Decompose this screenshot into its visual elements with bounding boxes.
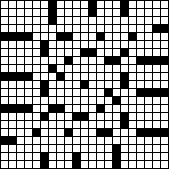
grid-cell[interactable]: [153, 81, 160, 88]
grid-cell[interactable]: [89, 161, 96, 168]
grid-cell[interactable]: [1, 17, 8, 24]
grid-cell[interactable]: [41, 129, 48, 136]
grid-cell[interactable]: [17, 9, 24, 16]
grid-cell[interactable]: [73, 9, 80, 16]
grid-cell[interactable]: [57, 89, 64, 96]
grid-cell[interactable]: [81, 17, 88, 24]
grid-cell[interactable]: [113, 25, 120, 32]
grid-cell[interactable]: [9, 161, 16, 168]
grid-cell[interactable]: [113, 9, 120, 16]
grid-cell[interactable]: [137, 25, 144, 32]
grid-cell[interactable]: [25, 1, 32, 8]
grid-cell[interactable]: [57, 113, 64, 120]
grid-cell[interactable]: [145, 121, 152, 128]
grid-cell[interactable]: [41, 25, 48, 32]
grid-cell[interactable]: [145, 105, 152, 112]
grid-cell[interactable]: [89, 105, 96, 112]
grid-cell[interactable]: [65, 49, 72, 56]
grid-cell[interactable]: [9, 1, 16, 8]
grid-cell[interactable]: [17, 153, 24, 160]
grid-cell[interactable]: [129, 25, 136, 32]
grid-cell[interactable]: [9, 81, 16, 88]
grid-cell[interactable]: [129, 89, 136, 96]
grid-cell[interactable]: [49, 25, 56, 32]
grid-cell[interactable]: [33, 1, 40, 8]
grid-cell[interactable]: [17, 137, 24, 144]
grid-cell[interactable]: [25, 17, 32, 24]
grid-cell[interactable]: [33, 25, 40, 32]
grid-cell[interactable]: [9, 145, 16, 152]
grid-cell[interactable]: [73, 41, 80, 48]
grid-cell[interactable]: [25, 153, 32, 160]
grid-cell[interactable]: [105, 137, 112, 144]
grid-cell[interactable]: [89, 81, 96, 88]
grid-cell[interactable]: [65, 153, 72, 160]
grid-cell[interactable]: [41, 97, 48, 104]
grid-cell[interactable]: [49, 57, 56, 64]
grid-cell[interactable]: [137, 73, 144, 80]
grid-cell[interactable]: [1, 1, 8, 8]
grid-cell[interactable]: [81, 73, 88, 80]
grid-cell[interactable]: [73, 81, 80, 88]
grid-cell[interactable]: [33, 41, 40, 48]
grid-cell[interactable]: [49, 161, 56, 168]
grid-cell[interactable]: [65, 121, 72, 128]
grid-cell[interactable]: [137, 33, 144, 40]
grid-cell[interactable]: [121, 33, 128, 40]
grid-cell[interactable]: [81, 41, 88, 48]
grid-cell[interactable]: [145, 17, 152, 24]
grid-cell[interactable]: [49, 153, 56, 160]
grid-cell[interactable]: [137, 153, 144, 160]
grid-cell[interactable]: [73, 129, 80, 136]
grid-cell[interactable]: [97, 121, 104, 128]
grid-cell[interactable]: [89, 153, 96, 160]
grid-cell[interactable]: [97, 81, 104, 88]
grid-cell[interactable]: [33, 9, 40, 16]
grid-cell[interactable]: [49, 33, 56, 40]
grid-cell[interactable]: [161, 9, 168, 16]
grid-cell[interactable]: [161, 17, 168, 24]
grid-cell[interactable]: [81, 137, 88, 144]
grid-cell[interactable]: [161, 153, 168, 160]
grid-cell[interactable]: [73, 33, 80, 40]
grid-cell[interactable]: [113, 81, 120, 88]
grid-cell[interactable]: [33, 113, 40, 120]
grid-cell[interactable]: [153, 41, 160, 48]
grid-cell[interactable]: [97, 1, 104, 8]
grid-cell[interactable]: [57, 129, 64, 136]
grid-cell[interactable]: [97, 9, 104, 16]
grid-cell[interactable]: [73, 145, 80, 152]
grid-cell[interactable]: [33, 33, 40, 40]
grid-cell[interactable]: [129, 121, 136, 128]
grid-cell[interactable]: [129, 9, 136, 16]
grid-cell[interactable]: [145, 145, 152, 152]
grid-cell[interactable]: [105, 161, 112, 168]
grid-cell[interactable]: [145, 33, 152, 40]
grid-cell[interactable]: [113, 105, 120, 112]
grid-cell[interactable]: [137, 161, 144, 168]
grid-cell[interactable]: [73, 89, 80, 96]
grid-cell[interactable]: [121, 145, 128, 152]
grid-cell[interactable]: [49, 89, 56, 96]
grid-cell[interactable]: [145, 1, 152, 8]
grid-cell[interactable]: [9, 9, 16, 16]
grid-cell[interactable]: [25, 137, 32, 144]
grid-cell[interactable]: [129, 65, 136, 72]
grid-cell[interactable]: [121, 129, 128, 136]
grid-cell[interactable]: [161, 49, 168, 56]
grid-cell[interactable]: [153, 1, 160, 8]
grid-cell[interactable]: [49, 97, 56, 104]
grid-cell[interactable]: [81, 105, 88, 112]
grid-cell[interactable]: [161, 1, 168, 8]
grid-cell[interactable]: [65, 137, 72, 144]
grid-cell[interactable]: [97, 25, 104, 32]
grid-cell[interactable]: [105, 153, 112, 160]
grid-cell[interactable]: [1, 89, 8, 96]
grid-cell[interactable]: [105, 9, 112, 16]
grid-cell[interactable]: [17, 81, 24, 88]
grid-cell[interactable]: [113, 129, 120, 136]
grid-cell[interactable]: [105, 33, 112, 40]
grid-cell[interactable]: [137, 1, 144, 8]
grid-cell[interactable]: [145, 153, 152, 160]
grid-cell[interactable]: [97, 113, 104, 120]
grid-cell[interactable]: [81, 161, 88, 168]
grid-cell[interactable]: [161, 161, 168, 168]
grid-cell[interactable]: [25, 113, 32, 120]
grid-cell[interactable]: [129, 129, 136, 136]
grid-cell[interactable]: [161, 97, 168, 104]
grid-cell[interactable]: [33, 81, 40, 88]
grid-cell[interactable]: [89, 33, 96, 40]
grid-cell[interactable]: [65, 65, 72, 72]
grid-cell[interactable]: [17, 161, 24, 168]
grid-cell[interactable]: [137, 137, 144, 144]
grid-cell[interactable]: [17, 121, 24, 128]
grid-cell[interactable]: [153, 145, 160, 152]
grid-cell[interactable]: [41, 17, 48, 24]
grid-cell[interactable]: [97, 17, 104, 24]
grid-cell[interactable]: [1, 153, 8, 160]
grid-cell[interactable]: [105, 17, 112, 24]
grid-cell[interactable]: [153, 97, 160, 104]
grid-cell[interactable]: [33, 137, 40, 144]
grid-cell[interactable]: [161, 105, 168, 112]
grid-cell[interactable]: [49, 41, 56, 48]
grid-cell[interactable]: [105, 113, 112, 120]
grid-cell[interactable]: [25, 145, 32, 152]
grid-cell[interactable]: [81, 65, 88, 72]
grid-cell[interactable]: [81, 1, 88, 8]
grid-cell[interactable]: [57, 121, 64, 128]
grid-cell[interactable]: [49, 49, 56, 56]
grid-cell[interactable]: [17, 145, 24, 152]
grid-cell[interactable]: [33, 57, 40, 64]
grid-cell[interactable]: [145, 41, 152, 48]
grid-cell[interactable]: [113, 1, 120, 8]
grid-cell[interactable]: [137, 9, 144, 16]
grid-cell[interactable]: [17, 89, 24, 96]
grid-cell[interactable]: [97, 137, 104, 144]
grid-cell[interactable]: [89, 65, 96, 72]
grid-cell[interactable]: [89, 17, 96, 24]
grid-cell[interactable]: [81, 97, 88, 104]
grid-cell[interactable]: [1, 49, 8, 56]
grid-cell[interactable]: [73, 57, 80, 64]
grid-cell[interactable]: [25, 65, 32, 72]
grid-cell[interactable]: [105, 41, 112, 48]
grid-cell[interactable]: [121, 97, 128, 104]
grid-cell[interactable]: [25, 25, 32, 32]
grid-cell[interactable]: [57, 17, 64, 24]
grid-cell[interactable]: [49, 121, 56, 128]
grid-cell[interactable]: [137, 97, 144, 104]
grid-cell[interactable]: [33, 121, 40, 128]
grid-cell[interactable]: [73, 137, 80, 144]
grid-cell[interactable]: [145, 113, 152, 120]
grid-cell[interactable]: [41, 1, 48, 8]
grid-cell[interactable]: [9, 25, 16, 32]
grid-cell[interactable]: [17, 129, 24, 136]
grid-cell[interactable]: [33, 97, 40, 104]
grid-cell[interactable]: [41, 145, 48, 152]
grid-cell[interactable]: [17, 65, 24, 72]
grid-cell[interactable]: [145, 97, 152, 104]
grid-cell[interactable]: [41, 137, 48, 144]
grid-cell[interactable]: [57, 161, 64, 168]
grid-cell[interactable]: [113, 33, 120, 40]
grid-cell[interactable]: [97, 153, 104, 160]
grid-cell[interactable]: [33, 49, 40, 56]
grid-cell[interactable]: [73, 97, 80, 104]
grid-cell[interactable]: [33, 17, 40, 24]
grid-cell[interactable]: [9, 97, 16, 104]
grid-cell[interactable]: [105, 121, 112, 128]
grid-cell[interactable]: [121, 57, 128, 64]
grid-cell[interactable]: [57, 145, 64, 152]
grid-cell[interactable]: [129, 145, 136, 152]
grid-cell[interactable]: [89, 73, 96, 80]
grid-cell[interactable]: [113, 89, 120, 96]
grid-cell[interactable]: [97, 97, 104, 104]
grid-cell[interactable]: [1, 129, 8, 136]
grid-cell[interactable]: [25, 57, 32, 64]
grid-cell[interactable]: [113, 65, 120, 72]
grid-cell[interactable]: [33, 161, 40, 168]
grid-cell[interactable]: [153, 121, 160, 128]
grid-cell[interactable]: [17, 97, 24, 104]
grid-cell[interactable]: [153, 137, 160, 144]
grid-cell[interactable]: [57, 41, 64, 48]
grid-cell[interactable]: [65, 25, 72, 32]
grid-cell[interactable]: [49, 137, 56, 144]
grid-cell[interactable]: [137, 145, 144, 152]
grid-cell[interactable]: [97, 49, 104, 56]
grid-cell[interactable]: [57, 1, 64, 8]
grid-cell[interactable]: [161, 113, 168, 120]
grid-cell[interactable]: [129, 17, 136, 24]
grid-cell[interactable]: [73, 25, 80, 32]
grid-cell[interactable]: [89, 97, 96, 104]
grid-cell[interactable]: [33, 153, 40, 160]
grid-cell[interactable]: [145, 137, 152, 144]
grid-cell[interactable]: [57, 137, 64, 144]
grid-cell[interactable]: [33, 73, 40, 80]
grid-cell[interactable]: [1, 161, 8, 168]
grid-cell[interactable]: [25, 81, 32, 88]
grid-cell[interactable]: [105, 25, 112, 32]
grid-cell[interactable]: [49, 129, 56, 136]
grid-cell[interactable]: [25, 9, 32, 16]
grid-cell[interactable]: [161, 81, 168, 88]
grid-cell[interactable]: [65, 17, 72, 24]
grid-cell[interactable]: [1, 9, 8, 16]
grid-cell[interactable]: [65, 81, 72, 88]
grid-cell[interactable]: [97, 145, 104, 152]
grid-cell[interactable]: [129, 41, 136, 48]
grid-cell[interactable]: [65, 73, 72, 80]
grid-cell[interactable]: [25, 97, 32, 104]
grid-cell[interactable]: [89, 89, 96, 96]
grid-cell[interactable]: [9, 65, 16, 72]
grid-cell[interactable]: [153, 33, 160, 40]
grid-cell[interactable]: [57, 81, 64, 88]
grid-cell[interactable]: [9, 17, 16, 24]
grid-cell[interactable]: [137, 81, 144, 88]
grid-cell[interactable]: [105, 73, 112, 80]
grid-cell[interactable]: [41, 65, 48, 72]
grid-cell[interactable]: [81, 33, 88, 40]
grid-cell[interactable]: [153, 161, 160, 168]
grid-cell[interactable]: [1, 25, 8, 32]
grid-cell[interactable]: [17, 57, 24, 64]
grid-cell[interactable]: [73, 121, 80, 128]
grid-cell[interactable]: [1, 65, 8, 72]
grid-cell[interactable]: [65, 1, 72, 8]
grid-cell[interactable]: [161, 33, 168, 40]
grid-cell[interactable]: [145, 49, 152, 56]
grid-cell[interactable]: [113, 73, 120, 80]
grid-cell[interactable]: [65, 41, 72, 48]
grid-cell[interactable]: [81, 57, 88, 64]
grid-cell[interactable]: [89, 113, 96, 120]
grid-cell[interactable]: [81, 153, 88, 160]
grid-cell[interactable]: [153, 65, 160, 72]
grid-cell[interactable]: [89, 121, 96, 128]
grid-cell[interactable]: [9, 49, 16, 56]
grid-cell[interactable]: [73, 65, 80, 72]
grid-cell[interactable]: [153, 17, 160, 24]
grid-cell[interactable]: [113, 49, 120, 56]
grid-cell[interactable]: [97, 65, 104, 72]
grid-cell[interactable]: [145, 161, 152, 168]
grid-cell[interactable]: [121, 25, 128, 32]
grid-cell[interactable]: [113, 113, 120, 120]
grid-cell[interactable]: [113, 41, 120, 48]
grid-cell[interactable]: [25, 49, 32, 56]
grid-cell[interactable]: [81, 89, 88, 96]
grid-cell[interactable]: [73, 105, 80, 112]
grid-cell[interactable]: [89, 145, 96, 152]
grid-cell[interactable]: [89, 129, 96, 136]
grid-cell[interactable]: [65, 113, 72, 120]
grid-cell[interactable]: [25, 161, 32, 168]
grid-cell[interactable]: [1, 57, 8, 64]
grid-cell[interactable]: [33, 105, 40, 112]
grid-cell[interactable]: [129, 81, 136, 88]
grid-cell[interactable]: [153, 113, 160, 120]
grid-cell[interactable]: [65, 145, 72, 152]
grid-cell[interactable]: [89, 57, 96, 64]
grid-cell[interactable]: [9, 129, 16, 136]
grid-cell[interactable]: [9, 57, 16, 64]
grid-cell[interactable]: [161, 121, 168, 128]
grid-cell[interactable]: [25, 129, 32, 136]
grid-cell[interactable]: [57, 9, 64, 16]
grid-cell[interactable]: [89, 25, 96, 32]
grid-cell[interactable]: [129, 153, 136, 160]
grid-cell[interactable]: [129, 49, 136, 56]
grid-cell[interactable]: [81, 9, 88, 16]
grid-cell[interactable]: [153, 9, 160, 16]
grid-cell[interactable]: [33, 89, 40, 96]
grid-cell[interactable]: [113, 121, 120, 128]
grid-cell[interactable]: [153, 153, 160, 160]
grid-cell[interactable]: [105, 81, 112, 88]
grid-cell[interactable]: [113, 137, 120, 144]
grid-cell[interactable]: [73, 17, 80, 24]
grid-cell[interactable]: [57, 65, 64, 72]
grid-cell[interactable]: [65, 161, 72, 168]
grid-cell[interactable]: [81, 25, 88, 32]
grid-cell[interactable]: [161, 41, 168, 48]
grid-cell[interactable]: [129, 137, 136, 144]
grid-cell[interactable]: [97, 73, 104, 80]
grid-cell[interactable]: [65, 9, 72, 16]
grid-cell[interactable]: [81, 121, 88, 128]
grid-cell[interactable]: [17, 1, 24, 8]
grid-cell[interactable]: [129, 161, 136, 168]
grid-cell[interactable]: [145, 73, 152, 80]
grid-cell[interactable]: [129, 105, 136, 112]
grid-cell[interactable]: [121, 137, 128, 144]
grid-cell[interactable]: [129, 1, 136, 8]
grid-cell[interactable]: [17, 17, 24, 24]
grid-cell[interactable]: [1, 81, 8, 88]
grid-cell[interactable]: [17, 25, 24, 32]
grid-cell[interactable]: [137, 121, 144, 128]
grid-cell[interactable]: [145, 65, 152, 72]
grid-cell[interactable]: [9, 121, 16, 128]
grid-cell[interactable]: [121, 89, 128, 96]
grid-cell[interactable]: [1, 145, 8, 152]
grid-cell[interactable]: [137, 65, 144, 72]
grid-cell[interactable]: [65, 97, 72, 104]
grid-cell[interactable]: [25, 89, 32, 96]
grid-cell[interactable]: [17, 41, 24, 48]
grid-cell[interactable]: [105, 97, 112, 104]
grid-cell[interactable]: [33, 65, 40, 72]
grid-cell[interactable]: [105, 1, 112, 8]
grid-cell[interactable]: [81, 129, 88, 136]
grid-cell[interactable]: [121, 17, 128, 24]
grid-cell[interactable]: [49, 81, 56, 88]
grid-cell[interactable]: [153, 73, 160, 80]
grid-cell[interactable]: [57, 57, 64, 64]
